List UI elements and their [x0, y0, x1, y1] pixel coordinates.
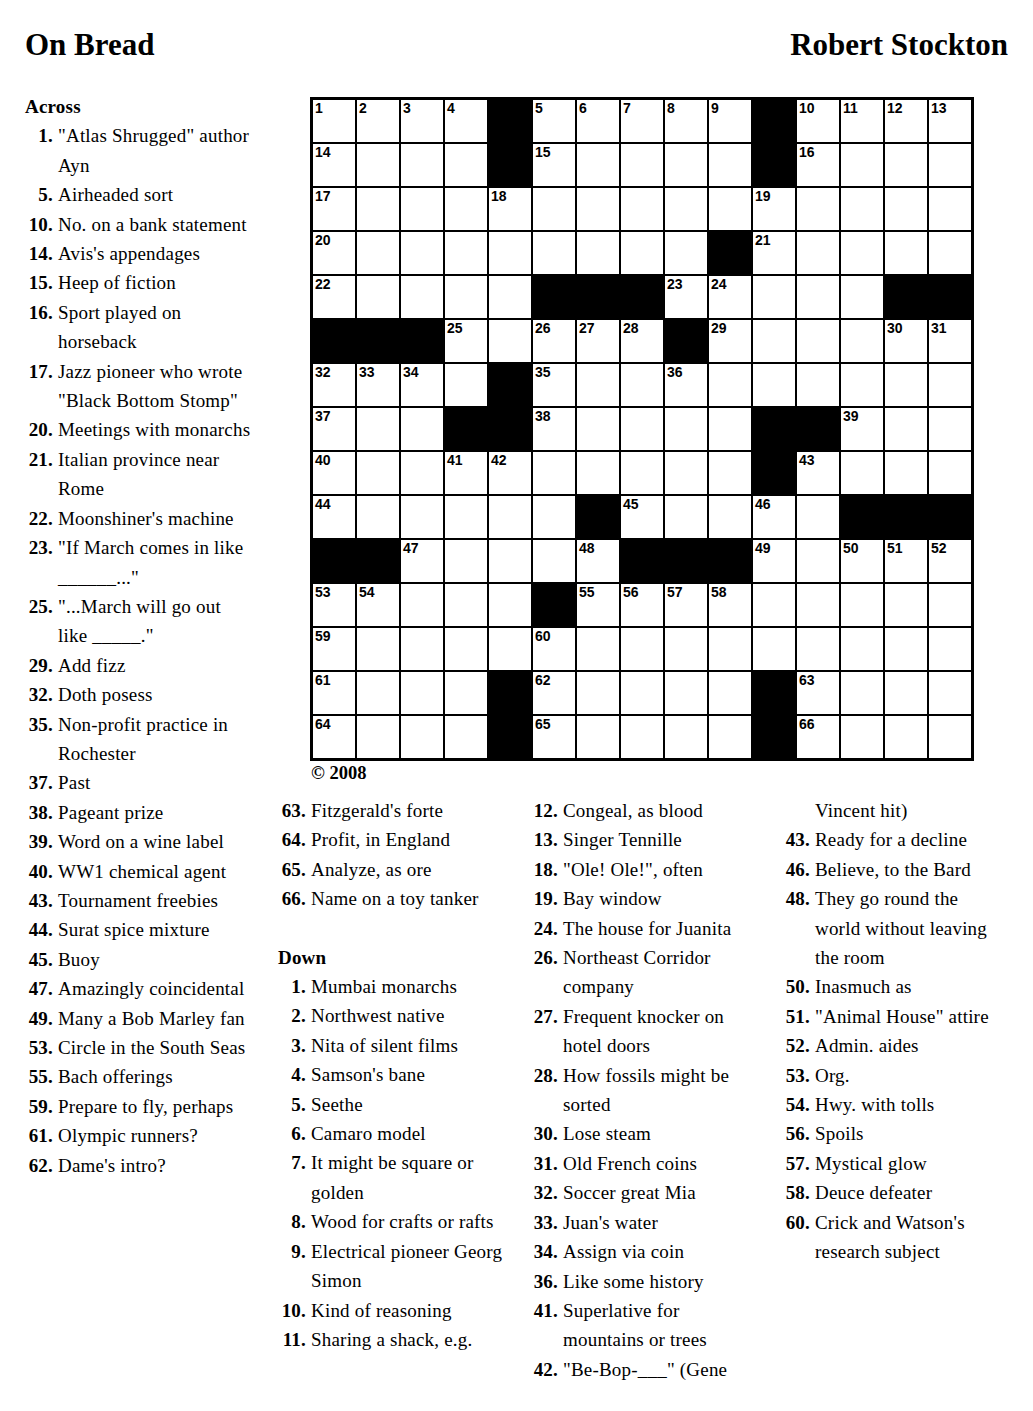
cell-number-61: 61	[315, 672, 331, 688]
cell-r6c13[interactable]	[841, 320, 883, 362]
cell-r8c1[interactable]: 37	[313, 408, 355, 450]
cell-r10c10[interactable]	[709, 496, 751, 538]
cell-r10c6[interactable]	[533, 496, 575, 538]
cell-r2c12[interactable]: 16	[797, 144, 839, 186]
cell-r15c6[interactable]: 65	[533, 716, 575, 758]
cell-r8c6[interactable]: 38	[533, 408, 575, 450]
cell-r15c9[interactable]	[665, 716, 707, 758]
cell-r15c3[interactable]	[401, 716, 443, 758]
clue-text: Frequent knocker on hotel doors	[563, 1002, 762, 1061]
clue-across-47: 47.Amazingly coincidental	[25, 974, 253, 1003]
cell-r10c4[interactable]	[445, 496, 487, 538]
cell-r1c7[interactable]: 6	[577, 100, 619, 142]
cell-r13c9[interactable]	[665, 628, 707, 670]
cell-r3c9[interactable]	[665, 188, 707, 230]
cell-r6c15[interactable]: 31	[929, 320, 971, 362]
cell-r6c4[interactable]: 25	[445, 320, 487, 362]
clue-number: 51.	[782, 1002, 810, 1031]
cell-r5c13[interactable]	[841, 276, 883, 318]
cell-r15c12[interactable]: 66	[797, 716, 839, 758]
cell-r15c15[interactable]	[929, 716, 971, 758]
cell-r13c1[interactable]: 59	[313, 628, 355, 670]
cell-r11c13[interactable]: 50	[841, 540, 883, 582]
cell-r3c10[interactable]	[709, 188, 751, 230]
clue-down-52: 52.Admin. aides	[782, 1031, 1008, 1060]
cell-r7c6[interactable]: 35	[533, 364, 575, 406]
cell-r4c2[interactable]	[357, 232, 399, 274]
cell-r14c2[interactable]	[357, 672, 399, 714]
cell-r7c2[interactable]: 33	[357, 364, 399, 406]
clue-text: Northeast Corridor company	[563, 943, 762, 1002]
cell-r4c8[interactable]	[621, 232, 663, 274]
clue-number: 27.	[530, 1002, 558, 1031]
cell-r4c15[interactable]	[929, 232, 971, 274]
cell-r10c11[interactable]: 46	[753, 496, 795, 538]
cell-r3c11[interactable]: 19	[753, 188, 795, 230]
clue-across-49: 49.Many a Bob Marley fan	[25, 1004, 253, 1033]
cell-r15c8[interactable]	[621, 716, 663, 758]
cell-number-52: 52	[931, 540, 947, 556]
clue-text: WW1 chemical agent	[58, 857, 253, 886]
cell-r2c10[interactable]	[709, 144, 751, 186]
cell-number-19: 19	[755, 188, 771, 204]
clue-text: Mystical glow	[815, 1149, 1008, 1178]
clue-number: 38.	[25, 798, 53, 827]
cell-r6c6[interactable]: 26	[533, 320, 575, 362]
clue-down-46: 46.Believe, to the Bard	[782, 855, 1008, 884]
cell-r13c5[interactable]	[489, 628, 531, 670]
cell-number-24: 24	[711, 276, 727, 292]
cell-r5c4[interactable]	[445, 276, 487, 318]
cell-r7c12[interactable]	[797, 364, 839, 406]
clue-down-41: 41.Superlative for mountains or trees	[530, 1296, 762, 1355]
cell-r4c13[interactable]	[841, 232, 883, 274]
cell-r9c9[interactable]	[665, 452, 707, 494]
clue-down-12: 12.Congeal, as blood	[530, 796, 762, 825]
clue-number: 37.	[25, 768, 53, 797]
clue-down-42: 42."Be-Bop-___" (Gene	[530, 1355, 762, 1384]
cell-r8c8[interactable]	[621, 408, 663, 450]
cell-r1c10[interactable]: 9	[709, 100, 751, 142]
clue-across-43: 43.Tournament freebies	[25, 886, 253, 915]
clue-number: 48.	[782, 884, 810, 913]
cell-r10c5[interactable]	[489, 496, 531, 538]
clue-number: 32.	[530, 1178, 558, 1207]
cell-r14c3[interactable]	[401, 672, 443, 714]
cell-r5c10[interactable]: 24	[709, 276, 751, 318]
clue-down-7: 7.It might be square or golden	[278, 1148, 504, 1207]
cell-r7c3[interactable]: 34	[401, 364, 443, 406]
cell-r10c12[interactable]	[797, 496, 839, 538]
cell-r7c15[interactable]	[929, 364, 971, 406]
clue-text: It might be square or golden	[311, 1148, 504, 1207]
clue-number: 65.	[278, 855, 306, 884]
clue-text: Tournament freebies	[58, 886, 253, 915]
cell-r14c9[interactable]	[665, 672, 707, 714]
clue-across-45: 45.Buoy	[25, 945, 253, 974]
cell-r14c4[interactable]	[445, 672, 487, 714]
clue-across-37: 37.Past	[25, 768, 253, 797]
cell-r8c7[interactable]	[577, 408, 619, 450]
cell-r1c4[interactable]: 4	[445, 100, 487, 142]
cell-r11c11[interactable]: 49	[753, 540, 795, 582]
cell-r5c11[interactable]	[753, 276, 795, 318]
cell-r7c14[interactable]	[885, 364, 927, 406]
cell-r9c2[interactable]	[357, 452, 399, 494]
clue-number: 10.	[25, 210, 53, 239]
clue-down-32: 32.Soccer great Mia	[530, 1178, 762, 1207]
cell-r2c6[interactable]: 15	[533, 144, 575, 186]
cell-r13c10[interactable]	[709, 628, 751, 670]
cell-r13c7[interactable]	[577, 628, 619, 670]
cell-r3c12[interactable]	[797, 188, 839, 230]
cell-r13c12[interactable]	[797, 628, 839, 670]
clue-number: 5.	[25, 180, 53, 209]
cell-r7c13[interactable]	[841, 364, 883, 406]
clue-text: Ready for a decline	[815, 825, 1008, 854]
clue-number: 43.	[25, 886, 53, 915]
clue-number: 53.	[782, 1061, 810, 1090]
cell-r3c8[interactable]	[621, 188, 663, 230]
cell-r7c11[interactable]	[753, 364, 795, 406]
cell-r12c2[interactable]: 54	[357, 584, 399, 626]
cell-r4c1[interactable]: 20	[313, 232, 355, 274]
cell-r2c3[interactable]	[401, 144, 443, 186]
cell-r9c4[interactable]: 41	[445, 452, 487, 494]
cell-number-43: 43	[799, 452, 815, 468]
clue-number: 35.	[25, 710, 53, 739]
cell-r10c3[interactable]	[401, 496, 443, 538]
cell-r4c14[interactable]	[885, 232, 927, 274]
clue-down-27: 27.Frequent knocker on hotel doors	[530, 1002, 762, 1061]
cell-r9c1[interactable]: 40	[313, 452, 355, 494]
cell-r2c14[interactable]	[885, 144, 927, 186]
clue-number: 45.	[25, 945, 53, 974]
clue-number: 47.	[25, 974, 53, 1003]
cell-r1c9[interactable]: 8	[665, 100, 707, 142]
cell-number-13: 13	[931, 100, 947, 116]
clue-down-9: 9.Electrical pioneer Georg Simon	[278, 1237, 504, 1296]
cell-r9c14[interactable]	[885, 452, 927, 494]
clue-number: 59.	[25, 1092, 53, 1121]
clue-number: 36.	[530, 1267, 558, 1296]
cell-r2c7[interactable]	[577, 144, 619, 186]
cell-r10c1[interactable]: 44	[313, 496, 355, 538]
cell-r6c5[interactable]	[489, 320, 531, 362]
cell-number-16: 16	[799, 144, 815, 160]
clue-down-57: 57.Mystical glow	[782, 1149, 1008, 1178]
cell-r2c4[interactable]	[445, 144, 487, 186]
cell-r2c2[interactable]	[357, 144, 399, 186]
cell-r1c13[interactable]: 11	[841, 100, 883, 142]
cell-r7c4[interactable]	[445, 364, 487, 406]
cell-number-39: 39	[843, 408, 859, 424]
cell-r7c10[interactable]	[709, 364, 751, 406]
cell-r14c12[interactable]: 63	[797, 672, 839, 714]
cell-r12c10[interactable]: 58	[709, 584, 751, 626]
cell-r4c11[interactable]: 21	[753, 232, 795, 274]
cell-r5c2[interactable]	[357, 276, 399, 318]
cell-r6c14[interactable]: 30	[885, 320, 927, 362]
title-bar: On Bread Robert Stockton	[25, 28, 1008, 62]
cell-number-50: 50	[843, 540, 859, 556]
cell-r14c15[interactable]	[929, 672, 971, 714]
cell-r13c13[interactable]	[841, 628, 883, 670]
clue-across-22: 22.Moonshiner's machine	[25, 504, 253, 533]
clue-number: 41.	[530, 1296, 558, 1325]
cell-r8c13[interactable]: 39	[841, 408, 883, 450]
cell-r11c5[interactable]	[489, 540, 531, 582]
cell-r12c7[interactable]: 55	[577, 584, 619, 626]
cell-r14c14[interactable]	[885, 672, 927, 714]
cell-r1c3[interactable]: 3	[401, 100, 443, 142]
block-r11c9	[665, 540, 707, 582]
cell-r14c1[interactable]: 61	[313, 672, 355, 714]
cell-r9c5[interactable]: 42	[489, 452, 531, 494]
clue-text: Kind of reasoning	[311, 1296, 504, 1325]
clue-text: Mumbai monarchs	[311, 972, 504, 1001]
cell-r7c9[interactable]: 36	[665, 364, 707, 406]
cell-r10c9[interactable]	[665, 496, 707, 538]
clue-down-8: 8.Wood for crafts or rafts	[278, 1207, 504, 1236]
cell-r8c15[interactable]	[929, 408, 971, 450]
cell-r4c12[interactable]	[797, 232, 839, 274]
cell-r12c8[interactable]: 56	[621, 584, 663, 626]
cell-r2c1[interactable]: 14	[313, 144, 355, 186]
clue-text: Spoils	[815, 1119, 1008, 1148]
cell-r12c12[interactable]	[797, 584, 839, 626]
clue-text: Heep of fiction	[58, 268, 253, 297]
cell-r12c11[interactable]	[753, 584, 795, 626]
cell-r15c4[interactable]	[445, 716, 487, 758]
clue-across-21: 21.Italian province near Rome	[25, 445, 253, 504]
cell-r1c14[interactable]: 12	[885, 100, 927, 142]
cell-r14c8[interactable]	[621, 672, 663, 714]
cell-r5c5[interactable]	[489, 276, 531, 318]
cell-number-1: 1	[315, 100, 323, 116]
cell-r13c2[interactable]	[357, 628, 399, 670]
cell-r11c4[interactable]	[445, 540, 487, 582]
clue-text: Admin. aides	[815, 1031, 1008, 1060]
cell-r13c4[interactable]	[445, 628, 487, 670]
clue-number: 53.	[25, 1033, 53, 1062]
cell-r4c4[interactable]	[445, 232, 487, 274]
cell-r5c1[interactable]: 22	[313, 276, 355, 318]
cell-r9c3[interactable]	[401, 452, 443, 494]
clue-number: 61.	[25, 1121, 53, 1150]
cell-r9c7[interactable]	[577, 452, 619, 494]
cell-r12c9[interactable]: 57	[665, 584, 707, 626]
cell-r5c12[interactable]	[797, 276, 839, 318]
cell-r14c13[interactable]	[841, 672, 883, 714]
clue-text: Non-profit practice in Rochester	[58, 710, 253, 769]
cell-r15c7[interactable]	[577, 716, 619, 758]
cell-r12c1[interactable]: 53	[313, 584, 355, 626]
cell-r13c8[interactable]	[621, 628, 663, 670]
clue-down-28: 28.How fossils might be sorted	[530, 1061, 762, 1120]
clue-number: 18.	[530, 855, 558, 884]
cell-r13c15[interactable]	[929, 628, 971, 670]
cell-r1c15[interactable]: 13	[929, 100, 971, 142]
cell-r3c13[interactable]	[841, 188, 883, 230]
cell-r13c11[interactable]	[753, 628, 795, 670]
cell-r4c7[interactable]	[577, 232, 619, 274]
cell-r6c10[interactable]: 29	[709, 320, 751, 362]
clue-text: Congeal, as blood	[563, 796, 762, 825]
clue-text: Deuce defeater	[815, 1178, 1008, 1207]
cell-r4c5[interactable]	[489, 232, 531, 274]
clue-text: Add fizz	[58, 651, 253, 680]
cell-r14c6[interactable]: 62	[533, 672, 575, 714]
cell-r11c14[interactable]: 51	[885, 540, 927, 582]
cell-number-63: 63	[799, 672, 815, 688]
cell-r3c4[interactable]	[445, 188, 487, 230]
cell-r8c3[interactable]	[401, 408, 443, 450]
cell-r13c3[interactable]	[401, 628, 443, 670]
cell-number-36: 36	[667, 364, 683, 380]
cell-r4c3[interactable]	[401, 232, 443, 274]
clue-text: Soccer great Mia	[563, 1178, 762, 1207]
cell-r9c13[interactable]	[841, 452, 883, 494]
cell-r9c6[interactable]	[533, 452, 575, 494]
clue-across-15: 15.Heep of fiction	[25, 268, 253, 297]
cell-r8c10[interactable]	[709, 408, 751, 450]
cell-r15c13[interactable]	[841, 716, 883, 758]
cell-r7c1[interactable]: 32	[313, 364, 355, 406]
clue-number: 22.	[25, 504, 53, 533]
cell-r5c9[interactable]: 23	[665, 276, 707, 318]
clue-down-1: 1.Mumbai monarchs	[278, 972, 504, 1001]
cell-r1c12[interactable]: 10	[797, 100, 839, 142]
clue-number: 16.	[25, 298, 53, 327]
cell-number-20: 20	[315, 232, 331, 248]
cell-r15c1[interactable]: 64	[313, 716, 355, 758]
cell-r9c8[interactable]	[621, 452, 663, 494]
cell-r2c9[interactable]	[665, 144, 707, 186]
copyright-notice: © 2008	[311, 763, 366, 784]
cell-r5c3[interactable]	[401, 276, 443, 318]
clue-text: Italian province near Rome	[58, 445, 253, 504]
cell-r3c3[interactable]	[401, 188, 443, 230]
cell-r13c14[interactable]	[885, 628, 927, 670]
cell-r1c2[interactable]: 2	[357, 100, 399, 142]
cell-r3c14[interactable]	[885, 188, 927, 230]
clue-across-63: 63.Fitzgerald's forte	[278, 796, 504, 825]
cell-r10c2[interactable]	[357, 496, 399, 538]
cell-r12c13[interactable]	[841, 584, 883, 626]
clue-across-39: 39.Word on a wine label	[25, 827, 253, 856]
cell-number-54: 54	[359, 584, 375, 600]
cell-r9c15[interactable]	[929, 452, 971, 494]
clue-down-33: 33.Juan's water	[530, 1208, 762, 1237]
clue-down-26: 26.Northeast Corridor company	[530, 943, 762, 1002]
clue-down-43: 43.Ready for a decline	[782, 825, 1008, 854]
cell-r2c8[interactable]	[621, 144, 663, 186]
cell-r11c6[interactable]	[533, 540, 575, 582]
clue-text: Inasmuch as	[815, 972, 1008, 1001]
cell-number-53: 53	[315, 584, 331, 600]
cell-r13c6[interactable]: 60	[533, 628, 575, 670]
clue-number: 19.	[530, 884, 558, 913]
cell-r15c10[interactable]	[709, 716, 751, 758]
cell-r3c1[interactable]: 17	[313, 188, 355, 230]
clue-across-59: 59.Prepare to fly, perhaps	[25, 1092, 253, 1121]
cell-r11c15[interactable]: 52	[929, 540, 971, 582]
cell-r11c12[interactable]	[797, 540, 839, 582]
cell-r12c15[interactable]	[929, 584, 971, 626]
cell-number-32: 32	[315, 364, 331, 380]
cell-r15c2[interactable]	[357, 716, 399, 758]
cell-number-22: 22	[315, 276, 331, 292]
block-r2c11	[753, 144, 795, 186]
cell-r1c8[interactable]: 7	[621, 100, 663, 142]
cell-r3c15[interactable]	[929, 188, 971, 230]
clue-down-18: 18."Ole! Ole!", often	[530, 855, 762, 884]
clue-down-30: 30.Lose steam	[530, 1119, 762, 1148]
clue-across-35: 35.Non-profit practice in Rochester	[25, 710, 253, 769]
cell-r6c12[interactable]	[797, 320, 839, 362]
cell-number-41: 41	[447, 452, 463, 468]
cell-r1c1[interactable]: 1	[313, 100, 355, 142]
cell-r3c5[interactable]: 18	[489, 188, 531, 230]
cell-r4c6[interactable]	[533, 232, 575, 274]
cell-r6c11[interactable]	[753, 320, 795, 362]
cell-r15c14[interactable]	[885, 716, 927, 758]
clue-number: 32.	[25, 680, 53, 709]
cell-r11c3[interactable]: 47	[401, 540, 443, 582]
cell-r2c13[interactable]	[841, 144, 883, 186]
cell-r14c7[interactable]	[577, 672, 619, 714]
clue-number: 54.	[782, 1090, 810, 1119]
block-r5c7	[577, 276, 619, 318]
cell-r3c7[interactable]	[577, 188, 619, 230]
cell-r2c15[interactable]	[929, 144, 971, 186]
cell-r8c14[interactable]	[885, 408, 927, 450]
clue-down-11: 11.Sharing a shack, e.g.	[278, 1325, 504, 1354]
cell-r12c4[interactable]	[445, 584, 487, 626]
clue-number: 43.	[782, 825, 810, 854]
cell-number-66: 66	[799, 716, 815, 732]
clue-across-53: 53.Circle in the South Seas	[25, 1033, 253, 1062]
cell-r3c2[interactable]	[357, 188, 399, 230]
cell-r7c8[interactable]	[621, 364, 663, 406]
cell-r12c5[interactable]	[489, 584, 531, 626]
cell-r12c3[interactable]	[401, 584, 443, 626]
clue-number: 56.	[782, 1119, 810, 1148]
cell-r8c9[interactable]	[665, 408, 707, 450]
cell-r8c2[interactable]	[357, 408, 399, 450]
cell-r12c14[interactable]	[885, 584, 927, 626]
cell-r4c9[interactable]	[665, 232, 707, 274]
cell-r6c8[interactable]: 28	[621, 320, 663, 362]
clue-across-23: 23."If March comes in like ______..."	[25, 533, 253, 592]
cell-r3c6[interactable]	[533, 188, 575, 230]
cell-r9c10[interactable]	[709, 452, 751, 494]
clue-text: Org.	[815, 1061, 1008, 1090]
cell-number-42: 42	[491, 452, 507, 468]
cell-r10c8[interactable]: 45	[621, 496, 663, 538]
cell-r9c12[interactable]: 43	[797, 452, 839, 494]
cell-r6c7[interactable]: 27	[577, 320, 619, 362]
cell-r1c6[interactable]: 5	[533, 100, 575, 142]
block-r6c9	[665, 320, 707, 362]
cell-number-23: 23	[667, 276, 683, 292]
clue-number: 57.	[782, 1149, 810, 1178]
clue-text: "Ole! Ole!", often	[563, 855, 762, 884]
cell-r14c10[interactable]	[709, 672, 751, 714]
cell-r7c7[interactable]	[577, 364, 619, 406]
cell-r11c7[interactable]: 48	[577, 540, 619, 582]
